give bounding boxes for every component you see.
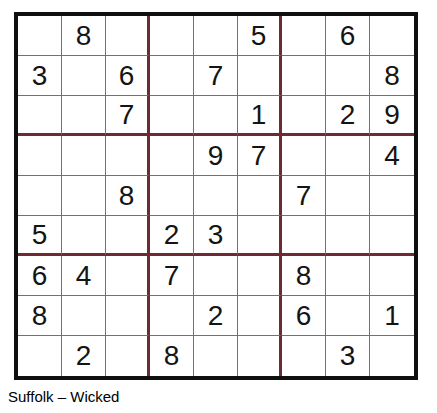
given-digit: 3 (208, 221, 224, 249)
cell-r1c2: 8 (62, 16, 106, 56)
cell-r6c1: 5 (18, 216, 62, 256)
cell-r9c2: 2 (62, 336, 106, 376)
cell-r9c9 (370, 336, 414, 376)
given-digit: 7 (164, 262, 180, 290)
cell-r6c9 (370, 216, 414, 256)
cell-r1c8: 6 (326, 16, 370, 56)
cell-r2c5: 7 (194, 56, 238, 96)
cell-r6c7 (282, 216, 326, 256)
cell-r9c1 (18, 336, 62, 376)
cell-r8c7: 6 (282, 296, 326, 336)
cell-r8c1: 8 (18, 296, 62, 336)
cell-r5c4 (150, 176, 194, 216)
cell-r8c3 (106, 296, 150, 336)
given-digit: 8 (76, 22, 92, 50)
cell-r7c9 (370, 256, 414, 296)
cell-r4c9: 4 (370, 136, 414, 176)
given-digit: 1 (384, 302, 400, 330)
cell-r5c3: 8 (106, 176, 150, 216)
cell-r1c7 (282, 16, 326, 56)
cell-r3c6: 1 (238, 96, 282, 136)
cell-r9c4: 8 (150, 336, 194, 376)
given-digit: 4 (384, 142, 400, 170)
cell-r3c2 (62, 96, 106, 136)
given-digit: 7 (251, 142, 267, 170)
cell-r9c7 (282, 336, 326, 376)
sudoku-board: 856367871299748752364788261283 (14, 12, 418, 380)
cell-r7c3 (106, 256, 150, 296)
given-digit: 4 (76, 262, 92, 290)
cell-r4c4 (150, 136, 194, 176)
cell-r6c8 (326, 216, 370, 256)
puzzle-caption: Suffolk – Wicked (8, 388, 119, 405)
cell-r6c4: 2 (150, 216, 194, 256)
cell-r7c1: 6 (18, 256, 62, 296)
cell-r7c5 (194, 256, 238, 296)
given-digit: 9 (208, 142, 224, 170)
given-digit: 7 (208, 62, 224, 90)
given-digit: 2 (164, 221, 180, 249)
cell-r1c4 (150, 16, 194, 56)
cell-r4c2 (62, 136, 106, 176)
given-digit: 8 (119, 182, 135, 210)
given-digit: 3 (32, 62, 48, 90)
given-digit: 6 (296, 302, 312, 330)
cell-r2c7 (282, 56, 326, 96)
cell-r4c5: 9 (194, 136, 238, 176)
cell-r5c9 (370, 176, 414, 216)
cell-r8c2 (62, 296, 106, 336)
cell-r2c2 (62, 56, 106, 96)
given-digit: 3 (340, 342, 356, 370)
cell-r7c8 (326, 256, 370, 296)
cell-r8c5: 2 (194, 296, 238, 336)
cell-r1c1 (18, 16, 62, 56)
given-digit: 6 (119, 62, 135, 90)
cell-r3c1 (18, 96, 62, 136)
cell-r5c2 (62, 176, 106, 216)
cell-r5c5 (194, 176, 238, 216)
given-digit: 7 (296, 182, 312, 210)
cell-r6c5: 3 (194, 216, 238, 256)
cell-r1c6: 5 (238, 16, 282, 56)
cell-r2c6 (238, 56, 282, 96)
given-digit: 7 (119, 101, 135, 129)
cell-r6c3 (106, 216, 150, 256)
given-digit: 5 (32, 221, 48, 249)
given-digit: 2 (208, 302, 224, 330)
given-digit: 9 (384, 101, 400, 129)
cell-r2c1: 3 (18, 56, 62, 96)
cell-r1c9 (370, 16, 414, 56)
cell-r3c8: 2 (326, 96, 370, 136)
cell-r9c5 (194, 336, 238, 376)
cell-r5c1 (18, 176, 62, 216)
given-digit: 5 (251, 22, 267, 50)
cell-r5c6 (238, 176, 282, 216)
given-digit: 2 (340, 101, 356, 129)
cell-r4c6: 7 (238, 136, 282, 176)
given-digit: 6 (32, 262, 48, 290)
cell-r9c6 (238, 336, 282, 376)
cell-r2c4 (150, 56, 194, 96)
cell-r3c5 (194, 96, 238, 136)
sudoku-page: 856367871299748752364788261283 Suffolk –… (0, 0, 437, 413)
given-digit: 2 (76, 342, 92, 370)
cell-r8c9: 1 (370, 296, 414, 336)
cell-r3c7 (282, 96, 326, 136)
cell-r7c7: 8 (282, 256, 326, 296)
cell-r5c7: 7 (282, 176, 326, 216)
cell-r7c4: 7 (150, 256, 194, 296)
cell-r9c8: 3 (326, 336, 370, 376)
cell-r2c9: 8 (370, 56, 414, 96)
cell-r1c5 (194, 16, 238, 56)
cell-r1c3 (106, 16, 150, 56)
cell-r2c3: 6 (106, 56, 150, 96)
cell-r8c4 (150, 296, 194, 336)
cell-r8c6 (238, 296, 282, 336)
cell-r8c8 (326, 296, 370, 336)
given-digit: 8 (32, 302, 48, 330)
given-digit: 8 (296, 262, 312, 290)
cell-r4c1 (18, 136, 62, 176)
cell-r4c3 (106, 136, 150, 176)
cell-r3c4 (150, 96, 194, 136)
cell-r9c3 (106, 336, 150, 376)
cell-r6c6 (238, 216, 282, 256)
cell-r4c8 (326, 136, 370, 176)
cell-r3c3: 7 (106, 96, 150, 136)
given-digit: 8 (164, 342, 180, 370)
cell-r3c9: 9 (370, 96, 414, 136)
given-digit: 8 (384, 62, 400, 90)
cell-r5c8 (326, 176, 370, 216)
cell-r7c2: 4 (62, 256, 106, 296)
cell-r6c2 (62, 216, 106, 256)
given-digit: 1 (251, 101, 267, 129)
cell-r2c8 (326, 56, 370, 96)
given-digit: 6 (340, 22, 356, 50)
cell-r7c6 (238, 256, 282, 296)
cell-r4c7 (282, 136, 326, 176)
